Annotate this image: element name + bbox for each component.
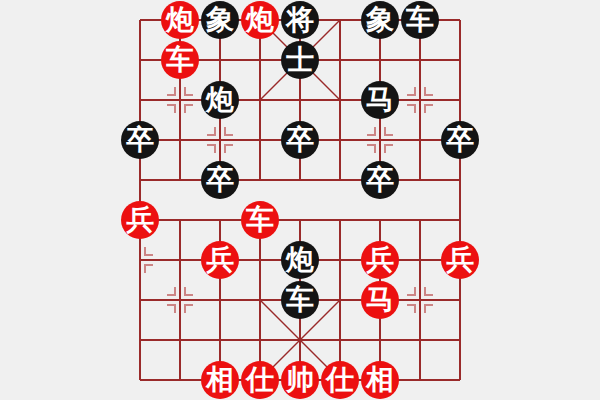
piece-black-general[interactable]: 将	[281, 1, 319, 39]
piece-black-soldier[interactable]: 卒	[201, 161, 239, 199]
piece-black-advisor[interactable]: 士	[281, 41, 319, 79]
piece-black-elephant[interactable]: 象	[201, 1, 239, 39]
piece-red-soldier[interactable]: 兵	[361, 241, 399, 279]
piece-red-chariot[interactable]: 车	[161, 41, 199, 79]
piece-red-cannon[interactable]: 炮	[161, 1, 199, 39]
piece-red-soldier[interactable]: 兵	[121, 201, 159, 239]
piece-red-soldier[interactable]: 兵	[201, 241, 239, 279]
piece-red-general[interactable]: 帅	[281, 361, 319, 399]
piece-red-advisor[interactable]: 仕	[321, 361, 359, 399]
piece-red-horse[interactable]: 马	[361, 281, 399, 319]
piece-black-cannon[interactable]: 炮	[201, 81, 239, 119]
piece-black-soldier[interactable]: 卒	[121, 121, 159, 159]
piece-black-soldier[interactable]: 卒	[361, 161, 399, 199]
piece-black-soldier[interactable]: 卒	[281, 121, 319, 159]
piece-black-chariot[interactable]: 车	[281, 281, 319, 319]
piece-red-advisor[interactable]: 仕	[241, 361, 279, 399]
piece-black-chariot[interactable]: 车	[401, 1, 439, 39]
piece-red-elephant[interactable]: 相	[201, 361, 239, 399]
piece-black-elephant[interactable]: 象	[361, 1, 399, 39]
piece-red-cannon[interactable]: 炮	[241, 1, 279, 39]
xiangqi-board-screen: 炮象炮将象车车士炮马卒卒卒卒卒兵车兵炮兵兵车马相仕帅仕相	[0, 0, 600, 400]
piece-red-elephant[interactable]: 相	[361, 361, 399, 399]
piece-black-soldier[interactable]: 卒	[441, 121, 479, 159]
pieces-layer: 炮象炮将象车车士炮马卒卒卒卒卒兵车兵炮兵兵车马相仕帅仕相	[120, 0, 480, 400]
piece-black-horse[interactable]: 马	[361, 81, 399, 119]
piece-red-chariot[interactable]: 车	[241, 201, 279, 239]
piece-black-cannon[interactable]: 炮	[281, 241, 319, 279]
piece-red-soldier[interactable]: 兵	[441, 241, 479, 279]
